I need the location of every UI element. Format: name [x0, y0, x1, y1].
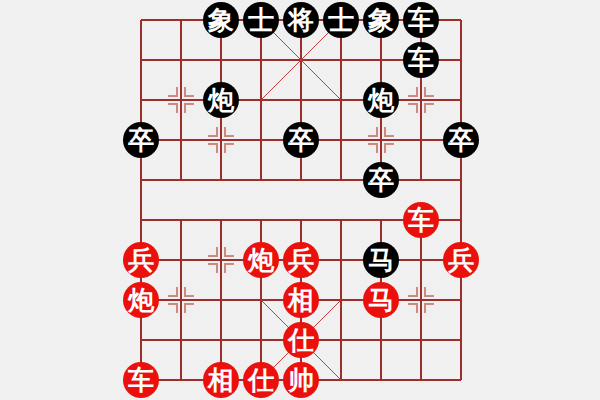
xiangqi-board: 象士将士象车车炮炮卒卒卒卒马车兵炮兵兵炮相马仕车相仕帅: [0, 0, 600, 400]
piece-red-elephant[interactable]: 相: [203, 362, 239, 398]
piece-black-soldier[interactable]: 卒: [283, 122, 319, 158]
piece-red-general[interactable]: 帅: [283, 362, 319, 398]
piece-red-advisor[interactable]: 仕: [283, 322, 319, 358]
piece-black-cannon[interactable]: 炮: [363, 82, 399, 118]
piece-black-elephant[interactable]: 象: [203, 2, 239, 38]
piece-red-chariot[interactable]: 车: [123, 362, 159, 398]
piece-red-soldier[interactable]: 兵: [123, 242, 159, 278]
piece-black-cannon[interactable]: 炮: [203, 82, 239, 118]
piece-red-cannon[interactable]: 炮: [123, 282, 159, 318]
piece-black-chariot[interactable]: 车: [403, 2, 439, 38]
xiangqi-app: 象士将士象车车炮炮卒卒卒卒马车兵炮兵兵炮相马仕车相仕帅: [0, 0, 600, 400]
piece-red-soldier[interactable]: 兵: [443, 242, 479, 278]
piece-red-elephant[interactable]: 相: [283, 282, 319, 318]
piece-black-soldier[interactable]: 卒: [123, 122, 159, 158]
piece-red-horse[interactable]: 马: [363, 282, 399, 318]
piece-black-horse[interactable]: 马: [363, 242, 399, 278]
piece-black-advisor[interactable]: 士: [243, 2, 279, 38]
piece-black-advisor[interactable]: 士: [323, 2, 359, 38]
piece-black-general[interactable]: 将: [283, 2, 319, 38]
piece-black-soldier[interactable]: 卒: [363, 162, 399, 198]
piece-black-chariot[interactable]: 车: [403, 42, 439, 78]
piece-red-advisor[interactable]: 仕: [243, 362, 279, 398]
piece-black-elephant[interactable]: 象: [363, 2, 399, 38]
piece-black-soldier[interactable]: 卒: [443, 122, 479, 158]
piece-red-soldier[interactable]: 兵: [283, 242, 319, 278]
piece-red-chariot[interactable]: 车: [403, 202, 439, 238]
piece-red-cannon[interactable]: 炮: [243, 242, 279, 278]
